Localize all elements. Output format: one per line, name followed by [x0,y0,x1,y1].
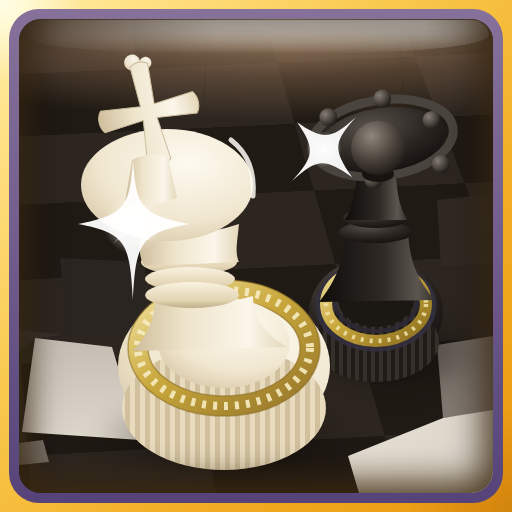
sparkle-effects [19,19,493,493]
app-icon[interactable] [0,0,512,512]
sparkle-star-queen [265,90,384,209]
chessboard [19,19,493,493]
sparkle-star-king [78,160,190,300]
